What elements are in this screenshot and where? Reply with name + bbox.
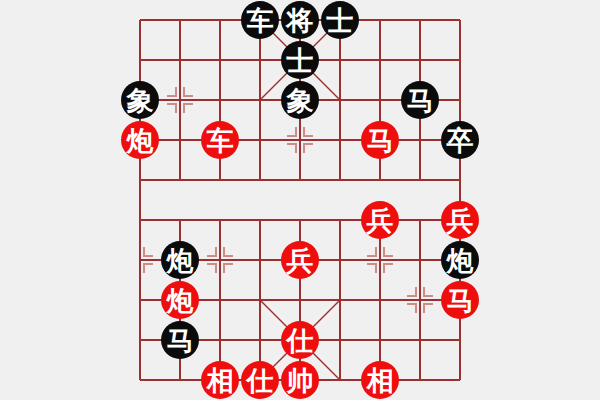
piece-black-horse[interactable]: 马 xyxy=(401,81,439,119)
xiangqi-board: 车将士士象象马炮车马卒兵兵炮兵炮炮马马仕相仕帅相 xyxy=(120,0,480,400)
piece-black-advisor[interactable]: 士 xyxy=(281,41,319,79)
piece-red-soldier[interactable]: 兵 xyxy=(441,201,479,239)
piece-black-horse[interactable]: 马 xyxy=(161,321,199,359)
piece-red-horse[interactable]: 马 xyxy=(441,281,479,319)
xiangqi-app-screen: 车将士士象象马炮车马卒兵兵炮兵炮炮马马仕相仕帅相 xyxy=(0,0,600,400)
piece-red-advisor[interactable]: 仕 xyxy=(281,321,319,359)
piece-red-general[interactable]: 帅 xyxy=(281,361,319,399)
piece-red-chariot[interactable]: 车 xyxy=(201,121,239,159)
piece-red-cannon[interactable]: 炮 xyxy=(161,281,199,319)
piece-black-chariot[interactable]: 车 xyxy=(241,1,279,39)
piece-red-elephant[interactable]: 相 xyxy=(361,361,399,399)
piece-red-elephant[interactable]: 相 xyxy=(201,361,239,399)
piece-black-cannon[interactable]: 炮 xyxy=(161,241,199,279)
piece-red-soldier[interactable]: 兵 xyxy=(361,201,399,239)
piece-black-elephant[interactable]: 象 xyxy=(281,81,319,119)
piece-black-soldier[interactable]: 卒 xyxy=(441,121,479,159)
piece-red-soldier[interactable]: 兵 xyxy=(281,241,319,279)
piece-black-advisor[interactable]: 士 xyxy=(321,1,359,39)
piece-black-elephant[interactable]: 象 xyxy=(121,81,159,119)
piece-red-cannon[interactable]: 炮 xyxy=(121,121,159,159)
piece-red-horse[interactable]: 马 xyxy=(361,121,399,159)
piece-red-advisor[interactable]: 仕 xyxy=(241,361,279,399)
piece-black-cannon[interactable]: 炮 xyxy=(441,241,479,279)
piece-black-general[interactable]: 将 xyxy=(281,1,319,39)
